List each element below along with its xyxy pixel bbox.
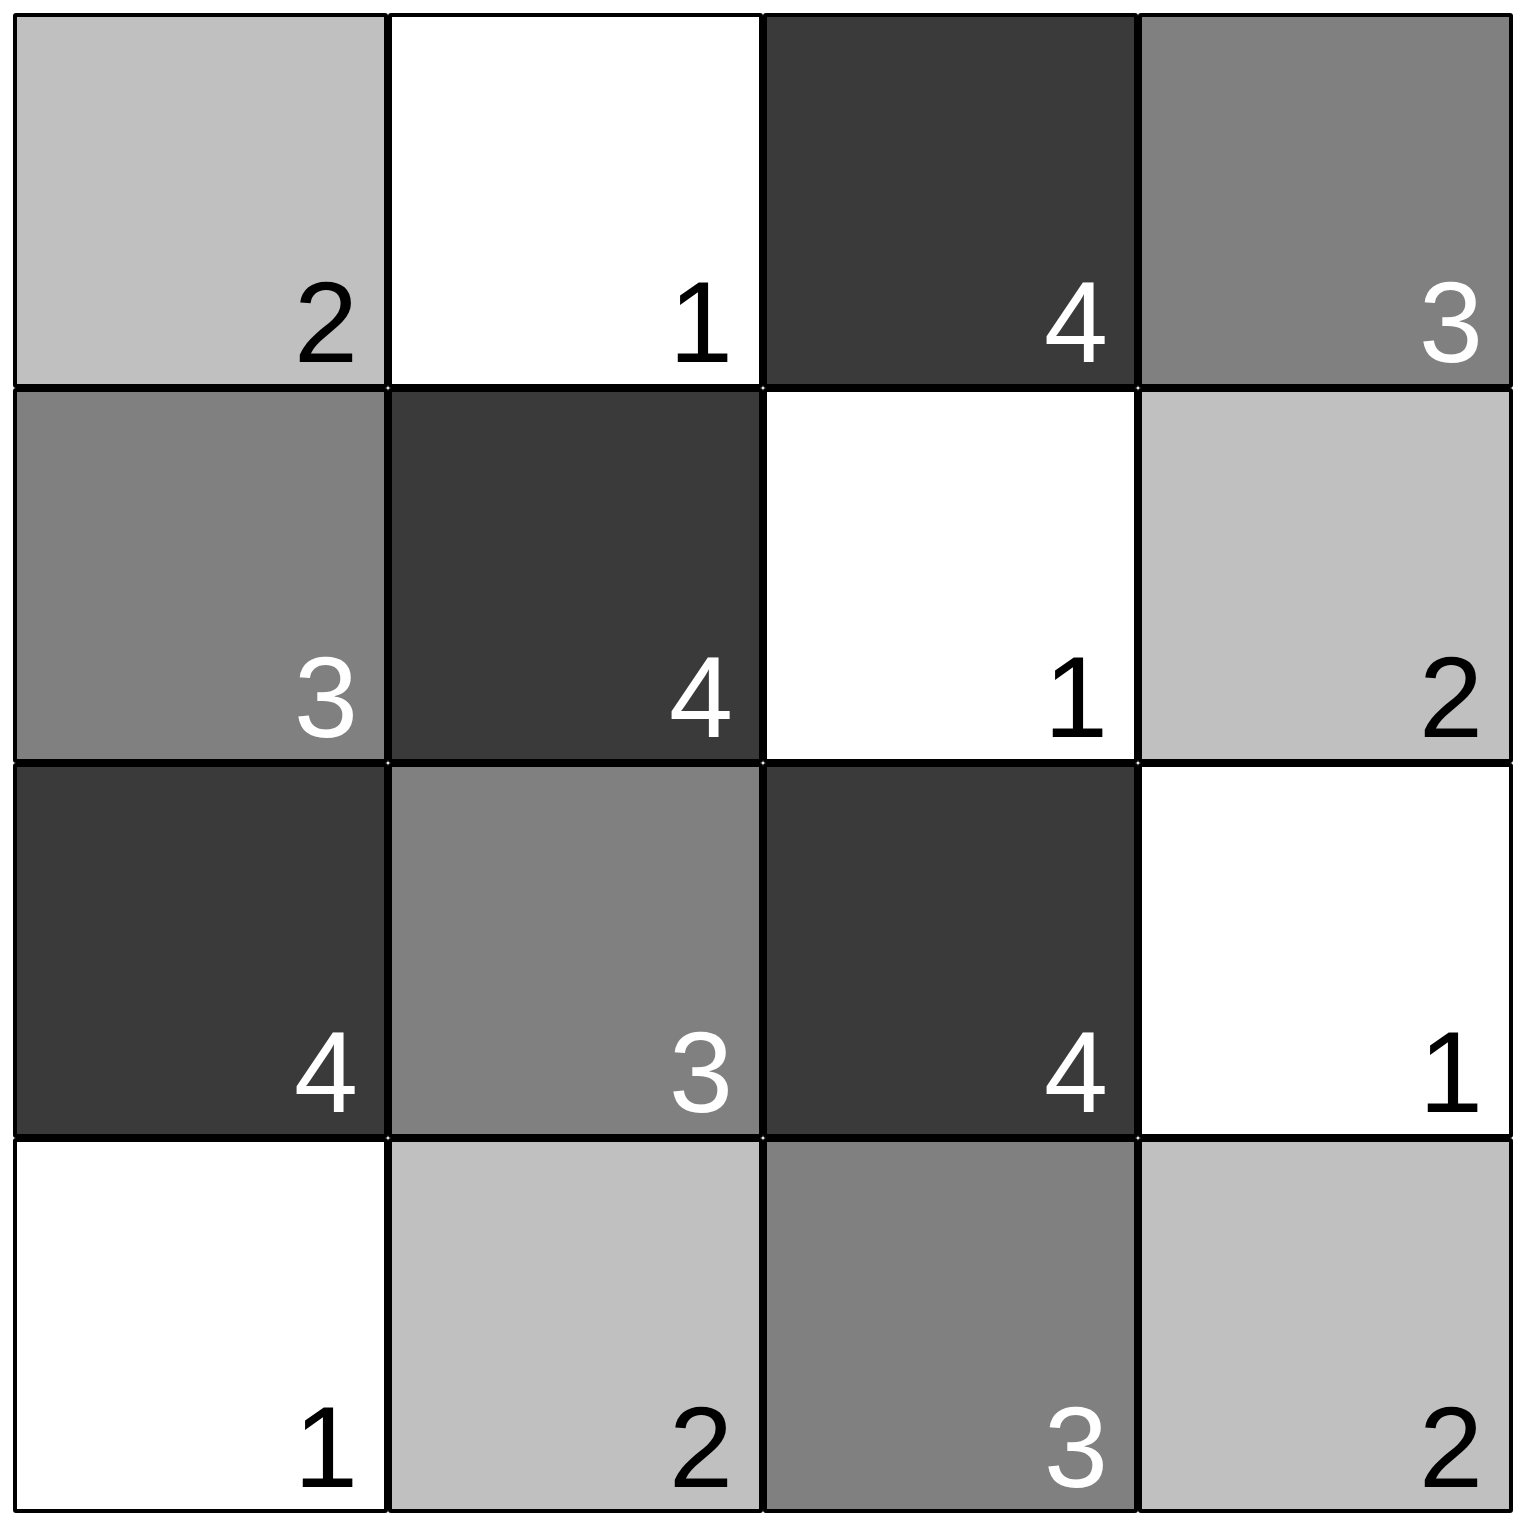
cell-value: 3	[1419, 265, 1483, 380]
cell-value: 2	[1419, 640, 1483, 755]
cell-r3c0[interactable]: 1	[13, 1138, 388, 1513]
cell-r2c1[interactable]: 3	[388, 763, 763, 1138]
cell-r0c0[interactable]: 2	[13, 13, 388, 388]
cell-value: 4	[294, 1015, 358, 1130]
cell-value: 4	[1044, 265, 1108, 380]
cell-r3c2[interactable]: 3	[763, 1138, 1138, 1513]
cell-r1c0[interactable]: 3	[13, 388, 388, 763]
cell-value: 3	[1044, 1390, 1108, 1505]
cell-r3c3[interactable]: 2	[1138, 1138, 1513, 1513]
cell-r2c0[interactable]: 4	[13, 763, 388, 1138]
cell-r1c2[interactable]: 1	[763, 388, 1138, 763]
cell-r0c1[interactable]: 1	[388, 13, 763, 388]
cell-value: 1	[1044, 640, 1108, 755]
puzzle-board: 2143341243411232	[13, 13, 1513, 1513]
cell-r1c1[interactable]: 4	[388, 388, 763, 763]
puzzle-board-container: 2143341243411232	[13, 13, 1513, 1513]
cell-value: 3	[294, 640, 358, 755]
cell-value: 4	[669, 640, 733, 755]
cell-value: 1	[294, 1390, 358, 1505]
cell-value: 3	[669, 1015, 733, 1130]
cell-r2c3[interactable]: 1	[1138, 763, 1513, 1138]
cell-value: 1	[1419, 1015, 1483, 1130]
cell-value: 2	[294, 265, 358, 380]
cell-value: 4	[1044, 1015, 1108, 1130]
cell-r0c3[interactable]: 3	[1138, 13, 1513, 388]
cell-value: 2	[669, 1390, 733, 1505]
cell-r2c2[interactable]: 4	[763, 763, 1138, 1138]
cell-value: 1	[669, 265, 733, 380]
cell-r1c3[interactable]: 2	[1138, 388, 1513, 763]
cell-r0c2[interactable]: 4	[763, 13, 1138, 388]
cell-value: 2	[1419, 1390, 1483, 1505]
cell-r3c1[interactable]: 2	[388, 1138, 763, 1513]
